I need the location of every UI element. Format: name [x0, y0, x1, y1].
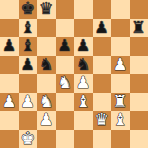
- square-f4[interactable]: [93, 74, 112, 93]
- square-b7[interactable]: ♝: [19, 19, 38, 38]
- square-a2[interactable]: [0, 111, 19, 130]
- square-b6[interactable]: ♝: [19, 37, 38, 56]
- square-c2[interactable]: ♟: [37, 111, 56, 130]
- square-h3[interactable]: [130, 93, 149, 112]
- square-h1[interactable]: [130, 130, 149, 149]
- black-pawn-f7: ♟: [94, 19, 109, 37]
- square-f5[interactable]: [93, 56, 112, 75]
- white-king-b1: ♚: [20, 130, 35, 148]
- black-pawn-a6: ♟: [2, 37, 17, 55]
- square-c3[interactable]: ♞: [37, 93, 56, 112]
- square-f6[interactable]: [93, 37, 112, 56]
- square-c8[interactable]: ♛: [37, 0, 56, 19]
- square-h6[interactable]: [130, 37, 149, 56]
- square-f8[interactable]: [93, 0, 112, 19]
- square-e3[interactable]: ♝: [74, 93, 93, 112]
- square-b4[interactable]: [19, 74, 38, 93]
- black-pawn-e6: ♟: [76, 37, 91, 55]
- black-pawn-b5: ♟: [20, 56, 35, 74]
- white-knight-c3: ♞: [39, 93, 54, 111]
- square-e8[interactable]: [74, 0, 93, 19]
- square-d2[interactable]: [56, 111, 75, 130]
- square-h8[interactable]: [130, 0, 149, 19]
- black-knight-c5: ♞: [39, 56, 54, 74]
- square-b5[interactable]: ♟: [19, 56, 38, 75]
- white-pawn-g5: ♟: [113, 56, 128, 74]
- black-queen-c8: ♛: [39, 0, 54, 18]
- square-a6[interactable]: ♟: [0, 37, 19, 56]
- square-a4[interactable]: [0, 74, 19, 93]
- square-c6[interactable]: [37, 37, 56, 56]
- black-bishop-b6: ♝: [20, 37, 35, 55]
- square-a3[interactable]: ♟: [0, 93, 19, 112]
- square-f7[interactable]: ♟: [93, 19, 112, 38]
- square-e2[interactable]: [74, 111, 93, 130]
- square-h2[interactable]: [130, 111, 149, 130]
- square-d6[interactable]: ♟: [56, 37, 75, 56]
- square-e7[interactable]: [74, 19, 93, 38]
- square-g4[interactable]: [111, 74, 130, 93]
- square-c1[interactable]: [37, 130, 56, 149]
- white-bishop-e3: ♝: [76, 93, 91, 111]
- square-g2[interactable]: ♝: [111, 111, 130, 130]
- square-h4[interactable]: [130, 74, 149, 93]
- white-pawn-c2: ♟: [39, 111, 54, 129]
- square-f3[interactable]: [93, 93, 112, 112]
- square-f1[interactable]: [93, 130, 112, 149]
- square-d4[interactable]: ♞: [56, 74, 75, 93]
- white-queen-f2: ♛: [94, 111, 109, 129]
- square-h7[interactable]: ♜: [130, 19, 149, 38]
- square-b8[interactable]: ♚: [19, 0, 38, 19]
- black-pawn-d6: ♟: [57, 37, 72, 55]
- square-a8[interactable]: [0, 0, 19, 19]
- square-c7[interactable]: [37, 19, 56, 38]
- white-pawn-b3: ♟: [20, 93, 35, 111]
- square-c5[interactable]: ♞: [37, 56, 56, 75]
- square-h5[interactable]: [130, 56, 149, 75]
- square-g1[interactable]: [111, 130, 130, 149]
- square-c4[interactable]: [37, 74, 56, 93]
- white-knight-d4: ♞: [57, 74, 72, 92]
- white-pawn-a3: ♟: [2, 93, 17, 111]
- square-b2[interactable]: [19, 111, 38, 130]
- square-e5[interactable]: ♞: [74, 56, 93, 75]
- white-pawn-e4: ♟: [76, 74, 91, 92]
- square-b3[interactable]: ♟: [19, 93, 38, 112]
- square-a1[interactable]: [0, 130, 19, 149]
- square-d7[interactable]: [56, 19, 75, 38]
- square-a7[interactable]: [0, 19, 19, 38]
- square-f2[interactable]: ♛: [93, 111, 112, 130]
- square-e6[interactable]: ♟: [74, 37, 93, 56]
- black-rook-h7: ♜: [131, 19, 146, 37]
- black-king-b8: ♚: [20, 0, 35, 18]
- black-knight-e5: ♞: [76, 56, 91, 74]
- square-b1[interactable]: ♚: [19, 130, 38, 149]
- white-bishop-g2: ♝: [113, 111, 128, 129]
- square-d3[interactable]: [56, 93, 75, 112]
- square-d8[interactable]: [56, 0, 75, 19]
- square-g6[interactable]: [111, 37, 130, 56]
- black-bishop-b7: ♝: [20, 19, 35, 37]
- white-rook-g3: ♜: [113, 93, 128, 111]
- square-d5[interactable]: [56, 56, 75, 75]
- square-g7[interactable]: [111, 19, 130, 38]
- square-g8[interactable]: [111, 0, 130, 19]
- chess-board: ♚♛♝♟♜♟♝♟♟♟♞♞♟♞♟♟♟♞♝♜♟♛♝♚: [0, 0, 148, 148]
- square-a5[interactable]: [0, 56, 19, 75]
- square-e4[interactable]: ♟: [74, 74, 93, 93]
- square-e1[interactable]: [74, 130, 93, 149]
- square-g5[interactable]: ♟: [111, 56, 130, 75]
- square-g3[interactable]: ♜: [111, 93, 130, 112]
- square-d1[interactable]: [56, 130, 75, 149]
